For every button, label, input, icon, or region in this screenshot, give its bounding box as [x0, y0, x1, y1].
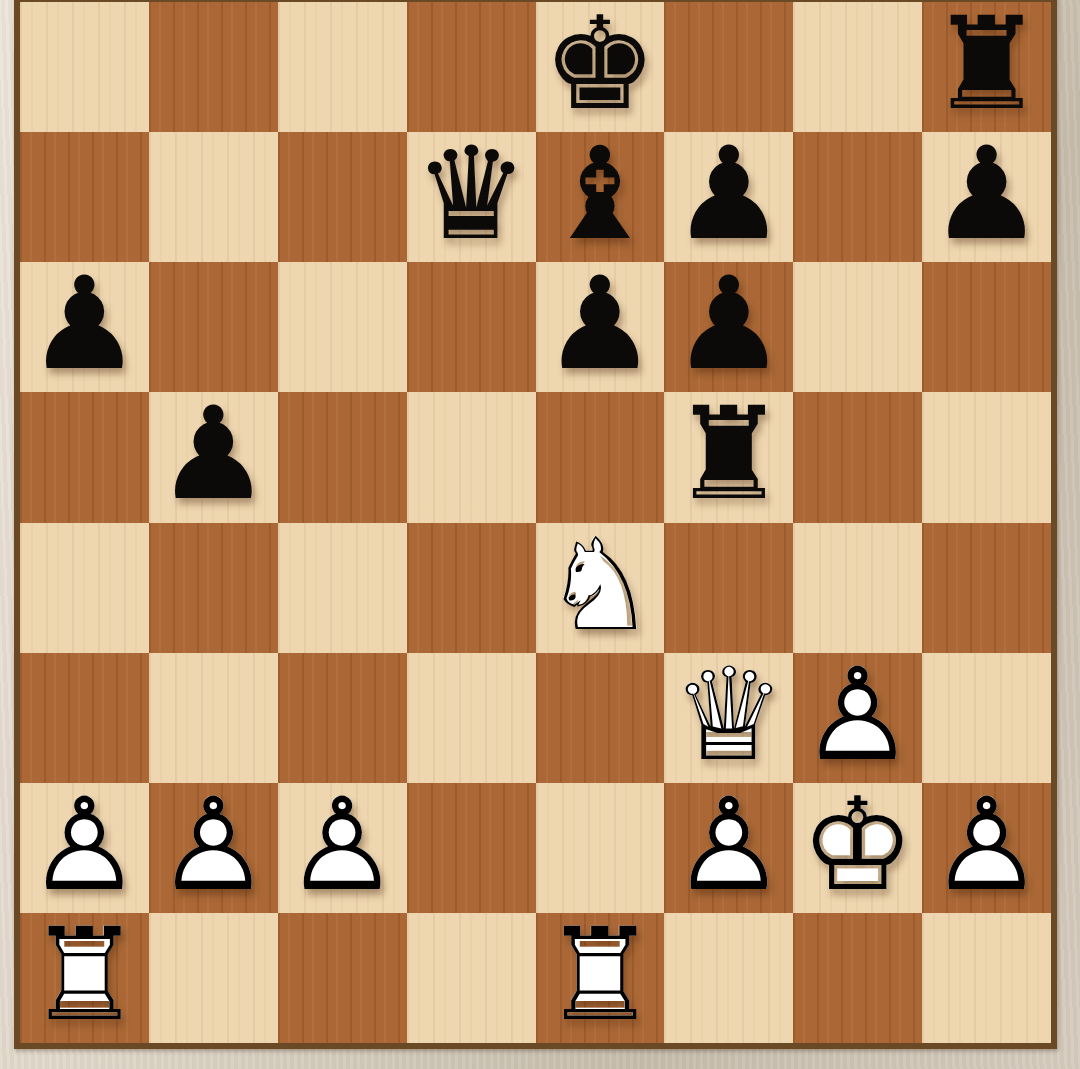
black-king-icon: ♚ — [536, 1, 665, 129]
white-pawn-outline-icon: ♙ — [149, 781, 278, 909]
chess-board-frame: ♚♜♛♝♟♟♟♟♟♟♜♞♘♛♕♟♙♟♙♟♙♟♙♟♙♚♔♟♙♜♖♜♖ — [14, 0, 1057, 1049]
square-b8[interactable] — [149, 2, 278, 132]
white-queen-piece[interactable]: ♛♕ — [664, 653, 793, 783]
white-pawn-piece[interactable]: ♟♙ — [149, 783, 278, 913]
square-f3[interactable]: ♛♕ — [664, 653, 793, 783]
white-queen-icon: ♛ — [664, 651, 793, 779]
square-g2[interactable]: ♚♔ — [793, 783, 922, 913]
white-rook-icon: ♜ — [536, 911, 665, 1039]
black-rook-icon: ♜ — [922, 1, 1051, 129]
square-d6[interactable] — [407, 262, 536, 392]
square-f8[interactable] — [664, 2, 793, 132]
white-rook-piece[interactable]: ♜♖ — [536, 913, 665, 1043]
square-d5[interactable] — [407, 392, 536, 522]
black-pawn-piece[interactable]: ♟ — [20, 262, 149, 392]
white-pawn-icon: ♟ — [793, 651, 922, 779]
square-b6[interactable] — [149, 262, 278, 392]
square-e1[interactable]: ♜♖ — [536, 913, 665, 1043]
square-g4[interactable] — [793, 523, 922, 653]
black-queen-icon: ♛ — [407, 131, 536, 259]
black-pawn-icon: ♟ — [664, 131, 793, 259]
square-a7[interactable] — [20, 132, 149, 262]
square-b4[interactable] — [149, 523, 278, 653]
white-pawn-icon: ♟ — [664, 781, 793, 909]
white-pawn-piece[interactable]: ♟♙ — [922, 783, 1051, 913]
square-h2[interactable]: ♟♙ — [922, 783, 1051, 913]
black-pawn-icon: ♟ — [20, 261, 149, 389]
square-c5[interactable] — [278, 392, 407, 522]
square-h6[interactable] — [922, 262, 1051, 392]
white-pawn-icon: ♟ — [149, 781, 278, 909]
square-f6[interactable]: ♟ — [664, 262, 793, 392]
square-c1[interactable] — [278, 913, 407, 1043]
square-d8[interactable] — [407, 2, 536, 132]
white-pawn-outline-icon: ♙ — [793, 651, 922, 779]
square-a6[interactable]: ♟ — [20, 262, 149, 392]
white-king-piece[interactable]: ♚♔ — [793, 783, 922, 913]
black-pawn-icon: ♟ — [922, 131, 1051, 259]
white-king-icon: ♚ — [793, 781, 922, 909]
square-h4[interactable] — [922, 523, 1051, 653]
square-b1[interactable] — [149, 913, 278, 1043]
black-pawn-piece[interactable]: ♟ — [664, 262, 793, 392]
square-g5[interactable] — [793, 392, 922, 522]
square-d7[interactable]: ♛ — [407, 132, 536, 262]
square-a3[interactable] — [20, 653, 149, 783]
white-pawn-piece[interactable]: ♟♙ — [664, 783, 793, 913]
white-pawn-icon: ♟ — [278, 781, 407, 909]
square-c7[interactable] — [278, 132, 407, 262]
white-knight-outline-icon: ♘ — [536, 521, 665, 649]
square-f5[interactable]: ♜ — [664, 392, 793, 522]
square-e2[interactable] — [536, 783, 665, 913]
square-g7[interactable] — [793, 132, 922, 262]
square-g8[interactable] — [793, 2, 922, 132]
black-bishop-icon: ♝ — [536, 131, 665, 259]
white-rook-outline-icon: ♖ — [536, 911, 665, 1039]
square-d1[interactable] — [407, 913, 536, 1043]
square-h8[interactable]: ♜ — [922, 2, 1051, 132]
square-f4[interactable] — [664, 523, 793, 653]
square-c3[interactable] — [278, 653, 407, 783]
black-queen-piece[interactable]: ♛ — [407, 132, 536, 262]
square-d4[interactable] — [407, 523, 536, 653]
white-king-outline-icon: ♔ — [793, 781, 922, 909]
black-bishop-piece[interactable]: ♝ — [536, 132, 665, 262]
white-rook-icon: ♜ — [20, 911, 149, 1039]
square-b5[interactable]: ♟ — [149, 392, 278, 522]
square-g6[interactable] — [793, 262, 922, 392]
square-d2[interactable] — [407, 783, 536, 913]
black-rook-piece[interactable]: ♜ — [664, 392, 793, 522]
square-f2[interactable]: ♟♙ — [664, 783, 793, 913]
square-c8[interactable] — [278, 2, 407, 132]
square-c6[interactable] — [278, 262, 407, 392]
square-c4[interactable] — [278, 523, 407, 653]
black-rook-icon: ♜ — [664, 391, 793, 519]
black-pawn-piece[interactable]: ♟ — [664, 132, 793, 262]
chess-board[interactable]: ♚♜♛♝♟♟♟♟♟♟♜♞♘♛♕♟♙♟♙♟♙♟♙♟♙♚♔♟♙♜♖♜♖ — [20, 2, 1051, 1043]
square-a5[interactable] — [20, 392, 149, 522]
white-queen-outline-icon: ♕ — [664, 651, 793, 779]
square-f1[interactable] — [664, 913, 793, 1043]
square-a2[interactable]: ♟♙ — [20, 783, 149, 913]
white-pawn-piece[interactable]: ♟♙ — [278, 783, 407, 913]
white-pawn-icon: ♟ — [922, 781, 1051, 909]
white-pawn-piece[interactable]: ♟♙ — [793, 653, 922, 783]
square-h5[interactable] — [922, 392, 1051, 522]
square-h3[interactable] — [922, 653, 1051, 783]
square-g3[interactable]: ♟♙ — [793, 653, 922, 783]
square-b3[interactable] — [149, 653, 278, 783]
black-rook-piece[interactable]: ♜ — [922, 2, 1051, 132]
square-d3[interactable] — [407, 653, 536, 783]
white-rook-piece[interactable]: ♜♖ — [20, 913, 149, 1043]
square-b7[interactable] — [149, 132, 278, 262]
black-pawn-piece[interactable]: ♟ — [536, 262, 665, 392]
black-pawn-piece[interactable]: ♟ — [149, 392, 278, 522]
white-pawn-outline-icon: ♙ — [20, 781, 149, 909]
white-pawn-piece[interactable]: ♟♙ — [20, 783, 149, 913]
square-a1[interactable]: ♜♖ — [20, 913, 149, 1043]
square-e4[interactable]: ♞♘ — [536, 523, 665, 653]
black-pawn-icon: ♟ — [536, 261, 665, 389]
square-a8[interactable] — [20, 2, 149, 132]
white-pawn-outline-icon: ♙ — [922, 781, 1051, 909]
white-rook-outline-icon: ♖ — [20, 911, 149, 1039]
black-king-piece[interactable]: ♚ — [536, 2, 665, 132]
square-e6[interactable]: ♟ — [536, 262, 665, 392]
square-e3[interactable] — [536, 653, 665, 783]
square-e7[interactable]: ♝ — [536, 132, 665, 262]
white-pawn-outline-icon: ♙ — [278, 781, 407, 909]
square-h1[interactable] — [922, 913, 1051, 1043]
white-pawn-outline-icon: ♙ — [664, 781, 793, 909]
square-b2[interactable]: ♟♙ — [149, 783, 278, 913]
square-g1[interactable] — [793, 913, 922, 1043]
square-h7[interactable]: ♟ — [922, 132, 1051, 262]
black-pawn-icon: ♟ — [149, 391, 278, 519]
black-pawn-piece[interactable]: ♟ — [922, 132, 1051, 262]
square-f7[interactable]: ♟ — [664, 132, 793, 262]
square-e5[interactable] — [536, 392, 665, 522]
white-knight-piece[interactable]: ♞♘ — [536, 523, 665, 653]
white-pawn-icon: ♟ — [20, 781, 149, 909]
square-c2[interactable]: ♟♙ — [278, 783, 407, 913]
black-pawn-icon: ♟ — [664, 261, 793, 389]
white-knight-icon: ♞ — [536, 521, 665, 649]
square-e8[interactable]: ♚ — [536, 2, 665, 132]
square-a4[interactable] — [20, 523, 149, 653]
